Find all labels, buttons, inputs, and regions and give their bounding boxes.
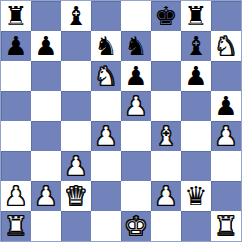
piece-black-bishop: ♝ — [64, 1, 87, 31]
square-g2[interactable]: ♛ — [181, 181, 211, 211]
piece-black-knight: ♞ — [124, 31, 147, 61]
square-f1[interactable] — [151, 211, 181, 241]
square-h6[interactable] — [211, 61, 241, 91]
piece-white-king: ♚ — [124, 211, 147, 241]
square-h2[interactable] — [211, 181, 241, 211]
piece-white-knight: ♞ — [94, 61, 117, 91]
piece-black-bishop: ♝ — [184, 31, 207, 61]
square-d4[interactable]: ♟ — [91, 121, 121, 151]
square-f7[interactable] — [151, 31, 181, 61]
square-a8[interactable]: ♜ — [1, 1, 31, 31]
square-b2[interactable]: ♟ — [31, 181, 61, 211]
square-e1[interactable]: ♚ — [121, 211, 151, 241]
square-c5[interactable] — [61, 91, 91, 121]
piece-white-rook: ♜ — [4, 211, 27, 241]
square-h5[interactable]: ♟ — [211, 91, 241, 121]
square-a5[interactable] — [1, 91, 31, 121]
square-b3[interactable] — [31, 151, 61, 181]
piece-white-rook: ♜ — [214, 211, 237, 241]
square-d5[interactable] — [91, 91, 121, 121]
square-e8[interactable] — [121, 1, 151, 31]
square-f5[interactable] — [151, 91, 181, 121]
square-g6[interactable]: ♟ — [181, 61, 211, 91]
square-e6[interactable]: ♟ — [121, 61, 151, 91]
square-f2[interactable]: ♟ — [151, 181, 181, 211]
square-d8[interactable] — [91, 1, 121, 31]
square-g8[interactable]: ♜ — [181, 1, 211, 31]
square-b4[interactable] — [31, 121, 61, 151]
square-c1[interactable] — [61, 211, 91, 241]
square-e3[interactable] — [121, 151, 151, 181]
piece-white-pawn: ♟ — [214, 121, 237, 151]
square-e2[interactable] — [121, 181, 151, 211]
piece-white-pawn: ♟ — [4, 181, 27, 211]
square-d7[interactable]: ♞ — [91, 31, 121, 61]
square-g5[interactable] — [181, 91, 211, 121]
chess-board: ♜♝♚♜♟♟♞♞♝♞♞♟♟♟♟♟♝♟♟♟♟♛♟♛♜♚♜ — [0, 0, 242, 242]
piece-white-pawn: ♟ — [34, 181, 57, 211]
square-h7[interactable]: ♞ — [211, 31, 241, 61]
square-e5[interactable]: ♟ — [121, 91, 151, 121]
square-d2[interactable] — [91, 181, 121, 211]
square-a6[interactable] — [1, 61, 31, 91]
piece-black-rook: ♜ — [4, 1, 27, 31]
square-d6[interactable]: ♞ — [91, 61, 121, 91]
square-c2[interactable]: ♛ — [61, 181, 91, 211]
square-a7[interactable]: ♟ — [1, 31, 31, 61]
square-h1[interactable]: ♜ — [211, 211, 241, 241]
piece-white-queen: ♛ — [64, 181, 87, 211]
square-b7[interactable]: ♟ — [31, 31, 61, 61]
square-c7[interactable] — [61, 31, 91, 61]
square-b1[interactable] — [31, 211, 61, 241]
square-g7[interactable]: ♝ — [181, 31, 211, 61]
piece-black-pawn: ♟ — [214, 91, 237, 121]
piece-white-pawn: ♟ — [124, 91, 147, 121]
square-c4[interactable] — [61, 121, 91, 151]
piece-white-bishop: ♝ — [154, 121, 177, 151]
square-h8[interactable] — [211, 1, 241, 31]
square-a4[interactable] — [1, 121, 31, 151]
square-d1[interactable] — [91, 211, 121, 241]
square-f6[interactable] — [151, 61, 181, 91]
piece-black-rook: ♜ — [184, 1, 207, 31]
square-a2[interactable]: ♟ — [1, 181, 31, 211]
square-b6[interactable] — [31, 61, 61, 91]
piece-black-pawn: ♟ — [124, 61, 147, 91]
square-b8[interactable] — [31, 1, 61, 31]
piece-black-pawn: ♟ — [4, 31, 27, 61]
square-d3[interactable] — [91, 151, 121, 181]
square-c3[interactable]: ♟ — [61, 151, 91, 181]
square-g4[interactable] — [181, 121, 211, 151]
square-h3[interactable] — [211, 151, 241, 181]
square-b5[interactable] — [31, 91, 61, 121]
square-a1[interactable]: ♜ — [1, 211, 31, 241]
piece-white-knight: ♞ — [214, 31, 237, 61]
piece-black-knight: ♞ — [94, 31, 117, 61]
square-f8[interactable]: ♚ — [151, 1, 181, 31]
piece-black-pawn: ♟ — [34, 31, 57, 61]
square-c6[interactable] — [61, 61, 91, 91]
piece-white-pawn: ♟ — [64, 151, 87, 181]
square-h4[interactable]: ♟ — [211, 121, 241, 151]
square-e7[interactable]: ♞ — [121, 31, 151, 61]
square-a3[interactable] — [1, 151, 31, 181]
piece-black-king: ♚ — [154, 1, 177, 31]
piece-black-pawn: ♟ — [184, 61, 207, 91]
square-f3[interactable] — [151, 151, 181, 181]
square-g3[interactable] — [181, 151, 211, 181]
piece-white-pawn: ♟ — [94, 121, 117, 151]
piece-black-queen: ♛ — [184, 181, 207, 211]
square-c8[interactable]: ♝ — [61, 1, 91, 31]
square-f4[interactable]: ♝ — [151, 121, 181, 151]
square-g1[interactable] — [181, 211, 211, 241]
piece-white-pawn: ♟ — [154, 181, 177, 211]
square-e4[interactable] — [121, 121, 151, 151]
